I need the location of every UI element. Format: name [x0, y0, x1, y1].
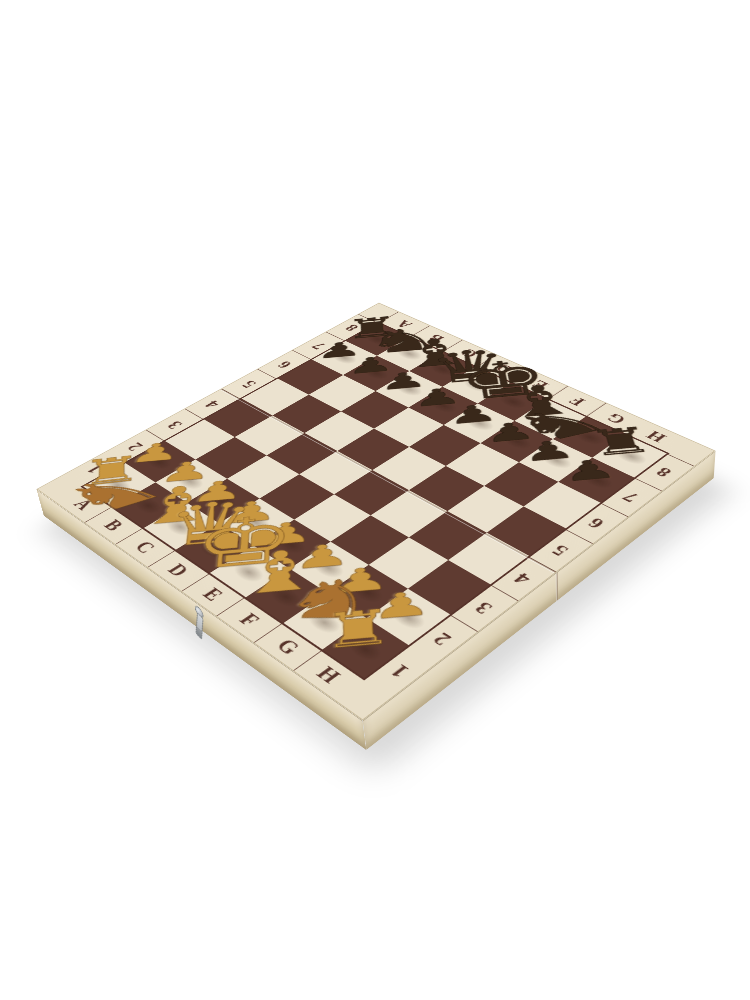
square-g3: [369, 537, 449, 589]
square-g1: [283, 593, 366, 650]
square-g5: [447, 486, 524, 533]
square-f4: [371, 490, 447, 537]
square-f1: [246, 569, 327, 623]
square-e4: [334, 470, 409, 515]
photo-scene: ABCDEFGH ABCDEFGH 87654321 87654321 ♜♞♝♛…: [0, 0, 750, 1000]
square-h4: [449, 533, 529, 584]
square-f3: [331, 515, 409, 564]
square-h3: [409, 560, 491, 614]
square-h2: [367, 589, 451, 646]
chess-box: ABCDEFGH ABCDEFGH 87654321 87654321 ♜♞♝♛…: [36, 303, 715, 721]
square-h6: [524, 482, 601, 529]
square-g2: [327, 564, 409, 618]
rank-labels-right: 87654321: [364, 453, 694, 696]
square-f2: [289, 541, 369, 593]
square-h5: [487, 507, 566, 556]
square-e1: [210, 546, 289, 598]
square-g4: [409, 511, 487, 560]
square-g6: [484, 462, 559, 507]
square-h1: [323, 618, 409, 678]
rim-fold-seam: [556, 572, 559, 601]
square-f5: [409, 466, 484, 511]
